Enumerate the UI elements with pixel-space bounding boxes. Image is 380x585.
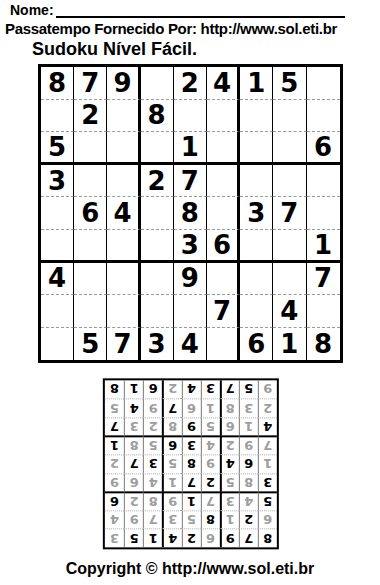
sudoku-cell: [41, 328, 74, 361]
sudoku-cell: 6: [240, 328, 273, 361]
solution-cell: 3: [258, 473, 277, 492]
solution-cell: 6: [124, 473, 143, 492]
solution-cell: 5: [124, 529, 143, 548]
solution-cell: 7: [105, 417, 124, 436]
sudoku-cell: 8: [174, 197, 207, 230]
name-row: Nome:: [10, 2, 345, 18]
solution-cell: 9: [181, 417, 200, 436]
sudoku-cell: [141, 132, 174, 165]
solution-cell: 1: [239, 417, 258, 436]
solution-cell: 7: [200, 492, 219, 511]
solution-cell: 4: [220, 454, 239, 473]
sudoku-cell: [174, 295, 207, 328]
sudoku-cell: [141, 230, 174, 263]
solution-cell: 9: [220, 529, 239, 548]
sudoku-cell: [307, 100, 340, 133]
solution-cell: 2: [105, 454, 124, 473]
solution-cell: 6: [258, 510, 277, 529]
sudoku-cell: 7: [107, 328, 140, 361]
solution-cell: 4: [239, 492, 258, 511]
solution-cell: 5: [181, 510, 200, 529]
sudoku-cell: 8: [307, 328, 340, 361]
sudoku-cell: [74, 165, 107, 198]
sudoku-cell: 1: [174, 132, 207, 165]
solution-cell: 6: [239, 454, 258, 473]
sudoku-cell: [141, 67, 174, 100]
solution-cell: 9: [162, 492, 181, 511]
solution-cell: 3: [143, 454, 162, 473]
sudoku-cell: 5: [41, 132, 74, 165]
sudoku-cell: [41, 197, 74, 230]
sudoku-grid: 87924152851632764837361497745734618: [38, 64, 343, 363]
solution-cell: 7: [162, 399, 181, 418]
sudoku-cell: [307, 197, 340, 230]
sudoku-cell: [273, 230, 306, 263]
sudoku-cell: 3: [141, 328, 174, 361]
provider-line: Passatempo Fornecido Por: http://www.sol…: [5, 20, 337, 37]
sudoku-cell: 3: [41, 165, 74, 198]
solution-cell: 3: [220, 492, 239, 511]
sudoku-cell: [240, 230, 273, 263]
sudoku-cell: [207, 328, 240, 361]
sudoku-cell: [141, 295, 174, 328]
solution-cell: 5: [162, 454, 181, 473]
sudoku-cell: [240, 295, 273, 328]
solution-cell: 3: [162, 510, 181, 529]
sudoku-cell: [174, 100, 207, 133]
solution-cell: 9: [105, 473, 124, 492]
sudoku-cell: 2: [74, 100, 107, 133]
sudoku-cell: [141, 197, 174, 230]
solution-cell: 8: [220, 399, 239, 418]
solution-cell: 2: [181, 529, 200, 548]
sudoku-cell: [207, 197, 240, 230]
sudoku-cell: 4: [107, 197, 140, 230]
solution-cell: 1: [200, 399, 219, 418]
sudoku-cell: 3: [240, 197, 273, 230]
sudoku-cell: [240, 165, 273, 198]
solution-cell: 5: [220, 473, 239, 492]
solution-cell: 2: [200, 473, 219, 492]
solution-cell: 1: [143, 529, 162, 548]
solution-cell: 3: [200, 380, 219, 399]
solution-cell: 8: [143, 492, 162, 511]
solution-cell: 9: [143, 399, 162, 418]
sudoku-cell: [307, 165, 340, 198]
sudoku-cell: 5: [74, 328, 107, 361]
sudoku-cell: [41, 230, 74, 263]
solution-cell: 9: [258, 380, 277, 399]
sudoku-cell: [273, 100, 306, 133]
sudoku-cell: 7: [174, 165, 207, 198]
sudoku-cell: 8: [41, 67, 74, 100]
solution-cell: 4: [200, 436, 219, 455]
solution-cell: 6: [162, 436, 181, 455]
solution-cell: 4: [143, 473, 162, 492]
sudoku-cell: [107, 295, 140, 328]
solution-cell: 8: [105, 380, 124, 399]
sudoku-cell: [107, 263, 140, 296]
sudoku-cell: 4: [273, 295, 306, 328]
solution-cell: 6: [143, 380, 162, 399]
sudoku-cell: 9: [174, 263, 207, 296]
solution-grid-rotated: 8796241536218537945437198263852714691649…: [103, 378, 279, 549]
sudoku-cell: 4: [41, 263, 74, 296]
solution-cell: 6: [105, 492, 124, 511]
sudoku-cell: 6: [307, 132, 340, 165]
sudoku-cell: 4: [207, 67, 240, 100]
sudoku-cell: [273, 132, 306, 165]
sudoku-cell: [307, 67, 340, 100]
solution-cell: 6: [200, 529, 219, 548]
solution-cell: 5: [239, 380, 258, 399]
sudoku-cell: 1: [240, 67, 273, 100]
sudoku-cell: [207, 100, 240, 133]
sudoku-cell: 1: [307, 230, 340, 263]
solution-cell: 7: [124, 454, 143, 473]
sudoku-cell: 3: [174, 230, 207, 263]
sudoku-cell: 2: [141, 165, 174, 198]
solution-cell: 8: [258, 529, 277, 548]
solution-cell: 1: [220, 510, 239, 529]
sudoku-cell: 7: [207, 295, 240, 328]
copyright-line: Copyright © http://www.sol.eti.br: [0, 560, 380, 578]
page-title: Sudoku Nível Fácil.: [32, 39, 197, 60]
solution-cell: 1: [181, 492, 200, 511]
solution-cell: 2: [258, 399, 277, 418]
solution-cell: 4: [105, 510, 124, 529]
sudoku-cell: 8: [141, 100, 174, 133]
solution-cell: 8: [239, 473, 258, 492]
sudoku-cell: [41, 100, 74, 133]
sudoku-cell: [273, 165, 306, 198]
sudoku-cell: [207, 263, 240, 296]
solution-cell: 8: [124, 436, 143, 455]
solution-cell: 2: [162, 380, 181, 399]
sudoku-cell: [74, 132, 107, 165]
solution-cell: 4: [181, 380, 200, 399]
solution-cell: 8: [181, 454, 200, 473]
sudoku-cell: 6: [207, 230, 240, 263]
sudoku-cell: 2: [174, 67, 207, 100]
sudoku-cell: [141, 263, 174, 296]
solution-cell: 1: [162, 473, 181, 492]
solution-cell: 6: [220, 417, 239, 436]
solution-cell: 2: [124, 492, 143, 511]
sudoku-cell: [41, 295, 74, 328]
sudoku-cell: [307, 295, 340, 328]
solution-cell: 2: [220, 436, 239, 455]
solution-cell: 3: [239, 399, 258, 418]
solution-cell: 3: [124, 417, 143, 436]
sudoku-cell: [207, 165, 240, 198]
sudoku-cell: [107, 100, 140, 133]
solution-cell: 7: [143, 510, 162, 529]
sudoku-cell: 4: [174, 328, 207, 361]
sudoku-cell: 5: [273, 67, 306, 100]
solution-cell: 8: [162, 417, 181, 436]
solution-cell: 4: [162, 529, 181, 548]
sudoku-cell: 7: [74, 67, 107, 100]
solution-cell: 9: [124, 510, 143, 529]
solution-cell: 5: [200, 417, 219, 436]
sudoku-cell: [240, 263, 273, 296]
name-label: Nome:: [10, 2, 54, 18]
solution-cell: 7: [220, 380, 239, 399]
solution-cell: 4: [258, 417, 277, 436]
sudoku-cell: [107, 230, 140, 263]
sudoku-cell: [240, 100, 273, 133]
solution-cell: 7: [181, 473, 200, 492]
solution-cell: 1: [258, 454, 277, 473]
sudoku-cell: 6: [74, 197, 107, 230]
name-underline: [56, 2, 345, 18]
solution-cell: 7: [258, 436, 277, 455]
sudoku-cell: [207, 132, 240, 165]
solution-cell: 1: [124, 380, 143, 399]
solution-cell: 2: [239, 510, 258, 529]
solution-cell: 6: [181, 399, 200, 418]
sudoku-cell: [273, 263, 306, 296]
sudoku-cell: [107, 132, 140, 165]
solution-cell: 9: [239, 436, 258, 455]
solution-cell: 3: [181, 436, 200, 455]
solution-cell: 9: [200, 454, 219, 473]
solution-cell: 5: [258, 492, 277, 511]
sudoku-cell: 9: [107, 67, 140, 100]
sudoku-cell: [74, 295, 107, 328]
sudoku-cell: [107, 165, 140, 198]
solution-cell: 3: [105, 529, 124, 548]
sudoku-cell: [74, 263, 107, 296]
solution-cell: 7: [239, 529, 258, 548]
sudoku-cell: 7: [307, 263, 340, 296]
solution-cell: 1: [105, 436, 124, 455]
sudoku-cell: [74, 230, 107, 263]
solution-cell: 8: [200, 510, 219, 529]
sudoku-cell: [240, 132, 273, 165]
sudoku-cell: 1: [273, 328, 306, 361]
solution-cell: 5: [105, 399, 124, 418]
solution-cell: 4: [124, 399, 143, 418]
solution-cell: 5: [143, 436, 162, 455]
sudoku-cell: 7: [273, 197, 306, 230]
solution-cell: 2: [143, 417, 162, 436]
